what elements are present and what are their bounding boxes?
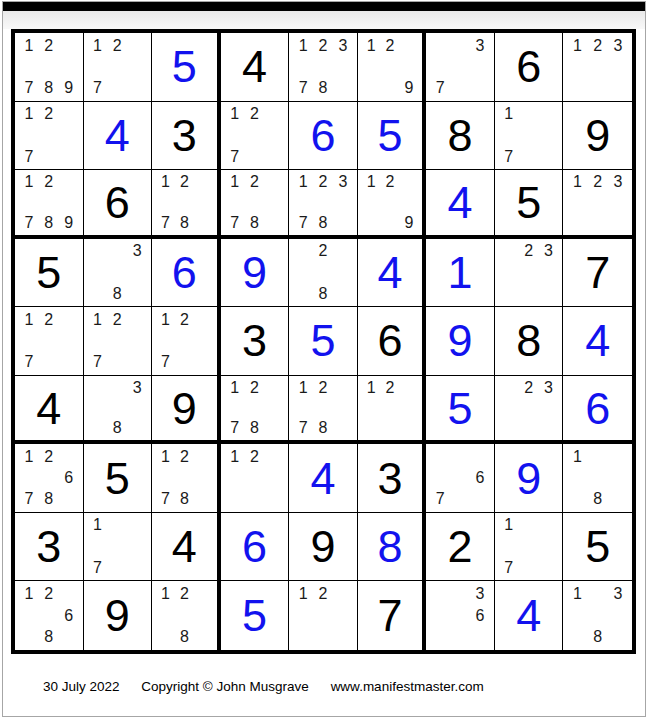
candidate-slot-8: 8 <box>313 283 333 304</box>
cell-candidates: 37 <box>426 33 494 101</box>
candidate-slot-2 <box>519 104 539 125</box>
candidate-slot-3: 3 <box>608 172 628 192</box>
candidate-slot-9 <box>608 489 628 510</box>
candidate-slot-3 <box>539 515 559 536</box>
candidate-slot-8 <box>381 77 400 98</box>
candidate-slot-1: 1 <box>156 583 175 605</box>
candidate-slot-6 <box>539 262 559 283</box>
candidate-slot-9 <box>539 418 559 438</box>
candidate-slot-4 <box>88 330 108 351</box>
candidate-slot-9 <box>264 489 284 510</box>
candidate-slot-7: 7 <box>19 352 39 373</box>
candidate-slot-1: 1 <box>293 35 313 56</box>
cell-r1c7: 37 <box>426 33 495 102</box>
candidate-slot-7 <box>567 489 587 510</box>
candidate-slot-4 <box>362 398 381 418</box>
cell-value: 6 <box>516 44 541 89</box>
candidate-slot-2: 2 <box>39 172 59 192</box>
candidate-slot-4 <box>19 192 39 212</box>
candidate-slot-5 <box>588 605 608 627</box>
candidate-slot-5 <box>39 192 59 212</box>
candidate-slot-1: 1 <box>293 378 313 398</box>
candidate-slot-9 <box>127 352 147 373</box>
candidate-slot-7: 7 <box>88 557 108 578</box>
candidate-slot-4 <box>19 468 39 489</box>
candidate-slot-2: 2 <box>39 309 59 330</box>
cell-value: 5 <box>105 456 130 501</box>
cell-r7c5: 4 <box>289 444 358 513</box>
cell-r8c6: 8 <box>358 513 427 582</box>
candidate-slot-7 <box>19 626 39 648</box>
candidate-slot-1 <box>499 241 519 262</box>
candidate-slot-6 <box>470 56 490 77</box>
cell-value: 6 <box>378 318 403 363</box>
candidate-slot-5 <box>39 330 59 351</box>
candidate-slot-2: 2 <box>519 241 539 262</box>
candidate-slot-8: 8 <box>39 626 59 648</box>
candidate-slot-6: 6 <box>470 605 490 627</box>
cell-candidates: 38 <box>84 376 152 441</box>
cell-r3c5: 12378 <box>289 170 358 239</box>
candidate-slot-3 <box>539 104 559 125</box>
candidate-slot-5 <box>39 605 59 627</box>
candidate-slot-6 <box>399 192 418 212</box>
cell-value: 6 <box>172 250 197 295</box>
cell-r9c3: 128 <box>152 581 221 650</box>
candidate-slot-4 <box>156 192 175 212</box>
candidate-slot-8: 8 <box>588 489 608 510</box>
candidate-slot-6 <box>127 536 147 557</box>
candidate-slot-1: 1 <box>88 515 108 536</box>
candidate-slot-8 <box>245 146 265 167</box>
candidate-slot-4 <box>225 125 245 146</box>
candidate-slot-6 <box>608 605 628 627</box>
candidate-slot-4 <box>88 536 108 557</box>
candidate-slot-2: 2 <box>588 35 608 56</box>
candidate-slot-6 <box>608 192 628 212</box>
candidate-slot-4 <box>156 330 175 351</box>
cell-value: 7 <box>378 593 403 638</box>
cell-candidates: 17 <box>84 513 152 581</box>
candidate-slot-4 <box>293 398 313 418</box>
candidate-slot-1: 1 <box>19 583 39 605</box>
candidate-slot-9 <box>59 146 79 167</box>
header-bar <box>3 2 645 11</box>
cell-candidates: 17 <box>495 513 563 581</box>
cell-candidates: 1278 <box>221 170 289 235</box>
candidate-slot-1 <box>430 35 450 56</box>
candidate-slot-4 <box>362 192 381 212</box>
candidate-slot-4 <box>499 536 519 557</box>
cell-r1c4: 4 <box>221 33 290 102</box>
cell-candidates: 12789 <box>15 33 83 101</box>
cell-r3c8: 5 <box>495 170 564 239</box>
cell-value: 9 <box>105 593 130 638</box>
cell-r3c9: 123 <box>563 170 632 239</box>
cell-candidates: 127 <box>152 307 217 375</box>
candidate-slot-2: 2 <box>175 172 194 192</box>
cell-r9c4: 5 <box>221 581 290 650</box>
cell-r9c8: 4 <box>495 581 564 650</box>
candidate-slot-3 <box>194 172 213 192</box>
cell-r8c8: 17 <box>495 513 564 582</box>
cell-r4c7: 1 <box>426 239 495 308</box>
cell-r9c9: 138 <box>563 581 632 650</box>
candidate-slot-5 <box>519 536 539 557</box>
cell-value: 9 <box>172 386 197 431</box>
candidate-slot-5 <box>175 468 194 489</box>
cell-r3c4: 1278 <box>221 170 290 239</box>
cell-r7c6: 3 <box>358 444 427 513</box>
cell-value: 3 <box>378 456 403 501</box>
cell-r8c1: 3 <box>15 513 84 582</box>
candidate-slot-6 <box>539 536 559 557</box>
candidate-slot-3 <box>333 583 353 605</box>
candidate-slot-1: 1 <box>293 583 313 605</box>
candidate-slot-9 <box>194 352 213 373</box>
candidate-slot-7 <box>293 283 313 304</box>
cell-r7c3: 1278 <box>152 444 221 513</box>
cell-r2c5: 6 <box>289 102 358 171</box>
candidate-slot-1: 1 <box>225 378 245 398</box>
candidate-slot-2: 2 <box>381 35 400 56</box>
candidate-slot-3: 3 <box>608 583 628 605</box>
cell-r5c4: 3 <box>221 307 290 376</box>
cell-r9c2: 9 <box>84 581 153 650</box>
candidate-slot-6 <box>194 192 213 212</box>
candidate-slot-4 <box>88 398 108 418</box>
cell-value: 5 <box>378 113 403 158</box>
candidate-slot-6: 6 <box>470 468 490 489</box>
page-frame: 1278912754123781293761231274312765817912… <box>2 1 646 717</box>
candidate-slot-4 <box>88 262 108 283</box>
cell-value: 4 <box>378 250 403 295</box>
candidate-slot-4 <box>19 330 39 351</box>
candidate-slot-5 <box>450 56 470 77</box>
candidate-slot-7: 7 <box>499 557 519 578</box>
candidate-slot-7 <box>293 626 313 648</box>
candidate-slot-7: 7 <box>225 146 245 167</box>
candidate-slot-9 <box>127 77 147 98</box>
candidate-slot-4 <box>225 192 245 212</box>
candidate-slot-9 <box>194 212 213 232</box>
cell-r6c6: 12 <box>358 376 427 445</box>
candidate-slot-5 <box>313 262 333 283</box>
candidate-slot-9: 9 <box>399 212 418 232</box>
candidate-slot-5 <box>519 262 539 283</box>
cell-r7c4: 12 <box>221 444 290 513</box>
candidate-slot-3 <box>194 583 213 605</box>
candidate-slot-2: 2 <box>175 309 194 330</box>
cell-value: 5 <box>585 524 610 569</box>
cell-value: 4 <box>448 180 473 225</box>
cell-candidates: 23 <box>495 376 563 441</box>
candidate-slot-3: 3 <box>127 241 147 262</box>
candidate-slot-4 <box>567 468 587 489</box>
candidate-slot-9 <box>470 489 490 510</box>
candidate-slot-8: 8 <box>175 626 194 648</box>
candidate-slot-8: 8 <box>175 212 194 232</box>
candidate-slot-7 <box>567 626 587 648</box>
candidate-slot-3 <box>470 446 490 467</box>
cell-value: 6 <box>242 524 267 569</box>
candidate-slot-3 <box>127 35 147 56</box>
candidate-slot-8: 8 <box>39 489 59 510</box>
candidate-slot-6 <box>264 125 284 146</box>
cell-value: 3 <box>242 318 267 363</box>
candidate-slot-2 <box>107 241 127 262</box>
cell-r4c6: 4 <box>358 239 427 308</box>
candidate-slot-6 <box>59 330 79 351</box>
candidate-slot-2: 2 <box>588 172 608 192</box>
candidate-slot-7 <box>362 77 381 98</box>
candidate-slot-4 <box>225 398 245 418</box>
candidate-slot-5 <box>39 56 59 77</box>
cell-value: 2 <box>448 524 473 569</box>
candidate-slot-4 <box>156 605 175 627</box>
candidate-slot-9 <box>539 557 559 578</box>
candidate-slot-1: 1 <box>19 309 39 330</box>
candidate-slot-1: 1 <box>225 172 245 192</box>
candidate-slot-8 <box>450 489 470 510</box>
candidate-slot-5 <box>381 192 400 212</box>
candidate-slot-6 <box>59 125 79 146</box>
candidate-slot-2: 2 <box>313 583 333 605</box>
cell-r4c9: 7 <box>563 239 632 308</box>
candidate-slot-3: 3 <box>333 172 353 192</box>
cell-value: 5 <box>448 386 473 431</box>
cell-candidates: 1278 <box>152 444 217 512</box>
candidate-slot-5 <box>39 125 59 146</box>
candidate-slot-6 <box>127 56 147 77</box>
cell-candidates: 12 <box>358 376 423 441</box>
candidate-slot-5 <box>107 536 127 557</box>
candidate-slot-3 <box>59 104 79 125</box>
cell-r5c8: 8 <box>495 307 564 376</box>
candidate-slot-2: 2 <box>175 583 194 605</box>
cell-r5c1: 127 <box>15 307 84 376</box>
cell-candidates: 17 <box>495 102 563 170</box>
cell-value: 8 <box>448 113 473 158</box>
candidate-slot-7: 7 <box>19 146 39 167</box>
candidate-slot-5 <box>245 468 265 489</box>
cell-candidates: 1268 <box>15 581 83 650</box>
candidate-slot-8: 8 <box>107 418 127 438</box>
candidate-slot-7: 7 <box>499 146 519 167</box>
cell-value: 4 <box>105 113 130 158</box>
candidate-slot-7: 7 <box>156 352 175 373</box>
cell-r9c5: 12 <box>289 581 358 650</box>
candidate-slot-1: 1 <box>88 35 108 56</box>
candidate-slot-6 <box>608 468 628 489</box>
cell-r1c1: 12789 <box>15 33 84 102</box>
cell-r9c7: 36 <box>426 581 495 650</box>
candidate-slot-7: 7 <box>225 212 245 232</box>
candidate-slot-2: 2 <box>313 241 333 262</box>
candidate-slot-9 <box>264 146 284 167</box>
candidate-slot-6 <box>539 125 559 146</box>
candidate-slot-9: 9 <box>399 77 418 98</box>
candidate-slot-3: 3 <box>127 378 147 398</box>
candidate-slot-9 <box>127 557 147 578</box>
candidate-slot-4 <box>293 262 313 283</box>
cell-candidates: 12378 <box>289 170 357 235</box>
cell-value: 4 <box>310 456 335 501</box>
cell-r1c9: 123 <box>563 33 632 102</box>
candidate-slot-1: 1 <box>362 378 381 398</box>
cell-value: 4 <box>516 593 541 638</box>
candidate-slot-2 <box>519 515 539 536</box>
candidate-slot-1: 1 <box>362 172 381 192</box>
candidate-slot-6 <box>608 56 628 77</box>
cell-value: 6 <box>310 113 335 158</box>
candidate-slot-3 <box>333 378 353 398</box>
candidate-slot-3 <box>264 446 284 467</box>
candidate-slot-5 <box>39 468 59 489</box>
candidate-slot-1 <box>88 241 108 262</box>
cell-value: 8 <box>516 318 541 363</box>
cell-candidates: 38 <box>84 239 152 307</box>
candidate-slot-6 <box>264 468 284 489</box>
candidate-slot-5 <box>245 192 265 212</box>
candidate-slot-1 <box>499 378 519 398</box>
cell-r6c3: 9 <box>152 376 221 445</box>
candidate-slot-1: 1 <box>19 172 39 192</box>
candidate-slot-7: 7 <box>430 77 450 98</box>
candidate-slot-7: 7 <box>430 489 450 510</box>
cell-value: 5 <box>310 318 335 363</box>
cell-r5c3: 127 <box>152 307 221 376</box>
cell-value: 7 <box>585 250 610 295</box>
cell-candidates: 18 <box>563 444 632 512</box>
cell-r2c8: 17 <box>495 102 564 171</box>
candidate-slot-8 <box>450 77 470 98</box>
cell-r6c4: 1278 <box>221 376 290 445</box>
candidate-slot-8: 8 <box>39 77 59 98</box>
candidate-slot-4 <box>293 56 313 77</box>
cell-value: 6 <box>585 386 610 431</box>
footer-website: www.manifestmaster.com <box>331 679 484 694</box>
candidate-slot-9 <box>59 626 79 648</box>
candidate-slot-3: 3 <box>470 583 490 605</box>
cell-r9c6: 7 <box>358 581 427 650</box>
candidate-slot-3: 3 <box>539 378 559 398</box>
candidate-slot-8: 8 <box>588 626 608 648</box>
candidate-slot-4 <box>19 125 39 146</box>
cell-candidates: 128 <box>152 581 217 650</box>
candidate-slot-4 <box>293 192 313 212</box>
candidate-slot-3: 3 <box>539 241 559 262</box>
sudoku-board: 1278912754123781293761231274312765817912… <box>11 29 636 654</box>
cell-r4c5: 28 <box>289 239 358 308</box>
candidate-slot-4 <box>293 605 313 627</box>
candidate-slot-6 <box>399 398 418 418</box>
candidate-slot-4 <box>430 56 450 77</box>
cell-r3c6: 129 <box>358 170 427 239</box>
candidate-slot-1 <box>430 446 450 467</box>
cell-value: 3 <box>36 524 61 569</box>
candidate-slot-5 <box>175 192 194 212</box>
candidate-slot-5 <box>107 330 127 351</box>
candidate-slot-8: 8 <box>175 489 194 510</box>
cell-candidates: 127 <box>15 102 83 170</box>
candidate-slot-9 <box>194 626 213 648</box>
candidate-slot-9 <box>608 212 628 232</box>
candidate-slot-7 <box>88 283 108 304</box>
cell-candidates: 127 <box>221 102 289 170</box>
candidate-slot-8: 8 <box>313 77 333 98</box>
candidate-slot-3 <box>608 446 628 467</box>
cell-candidates: 12 <box>221 444 289 512</box>
candidate-slot-6 <box>127 330 147 351</box>
candidate-slot-3 <box>59 446 79 467</box>
cell-r7c9: 18 <box>563 444 632 513</box>
candidate-slot-8 <box>519 283 539 304</box>
candidate-slot-1: 1 <box>19 35 39 56</box>
cell-r7c7: 67 <box>426 444 495 513</box>
candidate-slot-7 <box>567 212 587 232</box>
candidate-slot-9 <box>127 283 147 304</box>
candidate-slot-1: 1 <box>362 35 381 56</box>
candidate-slot-6 <box>539 398 559 418</box>
candidate-slot-7 <box>499 418 519 438</box>
candidate-slot-1: 1 <box>225 446 245 467</box>
cell-r7c8: 9 <box>495 444 564 513</box>
candidate-slot-8 <box>107 557 127 578</box>
candidate-slot-9 <box>539 283 559 304</box>
candidate-slot-1 <box>430 583 450 605</box>
cell-r5c5: 5 <box>289 307 358 376</box>
cell-r9c1: 1268 <box>15 581 84 650</box>
candidate-slot-1: 1 <box>567 583 587 605</box>
candidate-slot-3: 3 <box>470 35 490 56</box>
candidate-slot-9 <box>59 489 79 510</box>
candidate-slot-7: 7 <box>19 489 39 510</box>
candidate-slot-3 <box>264 104 284 125</box>
cell-r2c7: 8 <box>426 102 495 171</box>
cell-value: 9 <box>242 250 267 295</box>
cell-r6c1: 4 <box>15 376 84 445</box>
candidate-slot-5 <box>245 125 265 146</box>
candidate-slot-1: 1 <box>156 172 175 192</box>
candidate-slot-9 <box>608 626 628 648</box>
candidate-slot-9 <box>333 212 353 232</box>
candidate-slot-8 <box>245 489 265 510</box>
candidate-slot-6 <box>194 330 213 351</box>
candidate-slot-5 <box>588 192 608 212</box>
cell-candidates: 127 <box>15 307 83 375</box>
candidate-slot-6 <box>333 56 353 77</box>
candidate-slot-6 <box>333 605 353 627</box>
candidate-slot-4 <box>567 192 587 212</box>
candidate-slot-4 <box>499 398 519 418</box>
cell-r4c2: 38 <box>84 239 153 308</box>
candidate-slot-3 <box>264 378 284 398</box>
candidate-slot-8: 8 <box>313 212 333 232</box>
candidate-slot-5 <box>381 398 400 418</box>
candidate-slot-6 <box>194 468 213 489</box>
candidate-slot-3 <box>399 35 418 56</box>
candidate-slot-9 <box>470 77 490 98</box>
candidate-slot-7 <box>567 77 587 98</box>
candidate-slot-3 <box>59 583 79 605</box>
candidate-slot-6 <box>194 605 213 627</box>
candidate-slot-4 <box>225 468 245 489</box>
candidate-slot-4 <box>430 468 450 489</box>
cell-r5c6: 6 <box>358 307 427 376</box>
cell-r6c2: 38 <box>84 376 153 445</box>
candidate-slot-1: 1 <box>88 309 108 330</box>
